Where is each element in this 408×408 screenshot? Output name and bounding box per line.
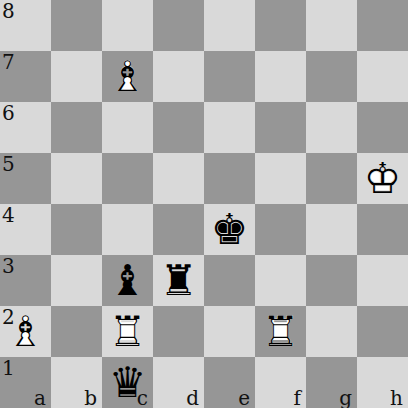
square-g8[interactable]	[306, 0, 357, 51]
square-a4[interactable]: 4	[0, 204, 51, 255]
square-g2[interactable]	[306, 306, 357, 357]
square-e4[interactable]: ♚	[204, 204, 255, 255]
square-h8[interactable]	[357, 0, 408, 51]
file-label-b: b	[84, 388, 97, 408]
rank-label-7: 7	[2, 52, 15, 72]
square-e2[interactable]	[204, 306, 255, 357]
file-label-g: g	[339, 388, 352, 408]
square-e6[interactable]	[204, 102, 255, 153]
square-d2[interactable]	[153, 306, 204, 357]
square-g7[interactable]	[306, 51, 357, 102]
square-c2[interactable]: ♜♖	[102, 306, 153, 357]
chess-board: 87♝♗65♚♔4♚3♝♜♝♗2♜♖♜♖1ab♛cdefgh	[0, 0, 408, 408]
rank-label-2: 2	[2, 307, 15, 327]
square-c8[interactable]	[102, 0, 153, 51]
square-f7[interactable]	[255, 51, 306, 102]
rank-label-1: 1	[2, 358, 15, 378]
square-h6[interactable]	[357, 102, 408, 153]
square-h2[interactable]	[357, 306, 408, 357]
square-c4[interactable]	[102, 204, 153, 255]
square-c7[interactable]: ♝♗	[102, 51, 153, 102]
square-g4[interactable]	[306, 204, 357, 255]
file-label-c: c	[137, 388, 148, 408]
white-rook-icon: ♖	[255, 306, 306, 357]
square-e5[interactable]	[204, 153, 255, 204]
square-b8[interactable]	[51, 0, 102, 51]
square-a2[interactable]: ♝♗2	[0, 306, 51, 357]
file-label-e: e	[238, 388, 250, 408]
file-label-a: a	[34, 388, 46, 408]
square-d7[interactable]	[153, 51, 204, 102]
black-bishop: ♝	[102, 255, 153, 306]
square-a7[interactable]: 7	[0, 51, 51, 102]
square-f6[interactable]	[255, 102, 306, 153]
square-g3[interactable]	[306, 255, 357, 306]
white-rook: ♜♖	[102, 306, 153, 357]
white-rook: ♜♖	[255, 306, 306, 357]
black-bishop-icon: ♝	[102, 255, 153, 306]
square-c6[interactable]	[102, 102, 153, 153]
white-bishop-icon: ♗	[102, 51, 153, 102]
square-f2[interactable]: ♜♖	[255, 306, 306, 357]
square-a6[interactable]: 6	[0, 102, 51, 153]
square-c3[interactable]: ♝	[102, 255, 153, 306]
black-king-icon: ♚	[204, 204, 255, 255]
square-f1[interactable]: f	[255, 357, 306, 408]
square-d1[interactable]: d	[153, 357, 204, 408]
square-e7[interactable]	[204, 51, 255, 102]
square-b6[interactable]	[51, 102, 102, 153]
square-e1[interactable]: e	[204, 357, 255, 408]
square-b7[interactable]	[51, 51, 102, 102]
rank-label-3: 3	[2, 256, 15, 276]
square-a8[interactable]: 8	[0, 0, 51, 51]
square-d5[interactable]	[153, 153, 204, 204]
square-h3[interactable]	[357, 255, 408, 306]
square-b1[interactable]: b	[51, 357, 102, 408]
square-b5[interactable]	[51, 153, 102, 204]
black-rook: ♜	[153, 255, 204, 306]
square-h4[interactable]	[357, 204, 408, 255]
square-f5[interactable]	[255, 153, 306, 204]
white-rook-icon: ♖	[102, 306, 153, 357]
black-rook-icon: ♜	[153, 255, 204, 306]
file-label-f: f	[294, 388, 301, 408]
square-d3[interactable]: ♜	[153, 255, 204, 306]
square-b4[interactable]	[51, 204, 102, 255]
square-e3[interactable]	[204, 255, 255, 306]
square-f4[interactable]	[255, 204, 306, 255]
square-g5[interactable]	[306, 153, 357, 204]
square-d6[interactable]	[153, 102, 204, 153]
square-b3[interactable]	[51, 255, 102, 306]
square-d4[interactable]	[153, 204, 204, 255]
rank-label-6: 6	[2, 103, 15, 123]
file-label-h: h	[390, 388, 403, 408]
rank-label-5: 5	[2, 154, 15, 174]
square-h5[interactable]: ♚♔	[357, 153, 408, 204]
square-c5[interactable]	[102, 153, 153, 204]
square-d8[interactable]	[153, 0, 204, 51]
rank-label-4: 4	[2, 205, 15, 225]
black-king: ♚	[204, 204, 255, 255]
square-f3[interactable]	[255, 255, 306, 306]
square-a5[interactable]: 5	[0, 153, 51, 204]
file-label-d: d	[186, 388, 199, 408]
square-f8[interactable]	[255, 0, 306, 51]
square-g6[interactable]	[306, 102, 357, 153]
square-h7[interactable]	[357, 51, 408, 102]
white-king-icon: ♔	[357, 153, 408, 204]
square-e8[interactable]	[204, 0, 255, 51]
square-a3[interactable]: 3	[0, 255, 51, 306]
square-a1[interactable]: 1a	[0, 357, 51, 408]
rank-label-8: 8	[2, 1, 15, 21]
square-c1[interactable]: ♛c	[102, 357, 153, 408]
square-b2[interactable]	[51, 306, 102, 357]
square-g1[interactable]: g	[306, 357, 357, 408]
square-h1[interactable]: h	[357, 357, 408, 408]
white-bishop: ♝♗	[102, 51, 153, 102]
white-king: ♚♔	[357, 153, 408, 204]
